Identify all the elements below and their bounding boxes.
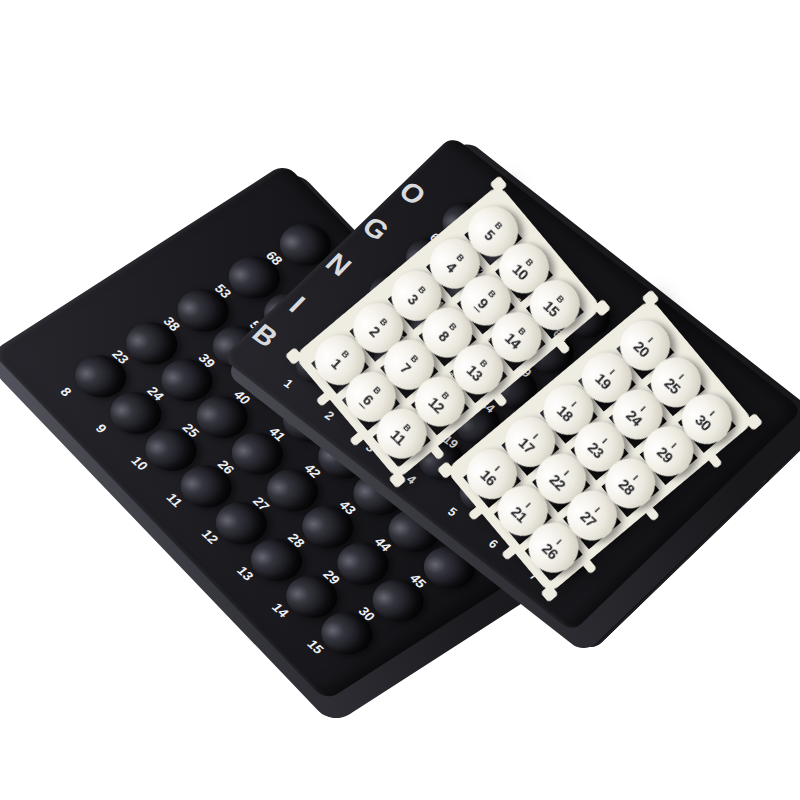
ball-letter: I (493, 464, 501, 472)
ball-letter: I (570, 400, 578, 408)
ball-number: 1 (329, 356, 345, 372)
ball-number: 6 (359, 392, 376, 409)
ball-number: 3 (405, 292, 421, 308)
ball-number: 9 (474, 296, 491, 313)
ball-letter: I (631, 474, 639, 482)
ball-number: 5 (482, 227, 498, 243)
cup-number-9: 9 (93, 422, 109, 435)
cup-number-4: 4 (404, 473, 418, 486)
ball-letter: I (531, 432, 539, 440)
cup-number-1: 1 (281, 377, 295, 390)
ball-number: 2 (367, 324, 383, 340)
cup-number-8: 8 (58, 386, 74, 399)
ball-number: 8 (436, 328, 452, 344)
ball-letter: I (670, 442, 678, 450)
cup-number-2: 2 (322, 409, 336, 422)
ball-letter: I (608, 368, 616, 376)
cup-number-5: 5 (445, 506, 459, 519)
ball-number: 4 (443, 259, 459, 275)
cup-number-6: 6 (486, 538, 500, 551)
ball-number: 7 (398, 361, 414, 377)
ball-letter: I (677, 373, 685, 381)
bingo-set-photo: 8910111213141523242526272829303839404142… (0, 0, 800, 800)
